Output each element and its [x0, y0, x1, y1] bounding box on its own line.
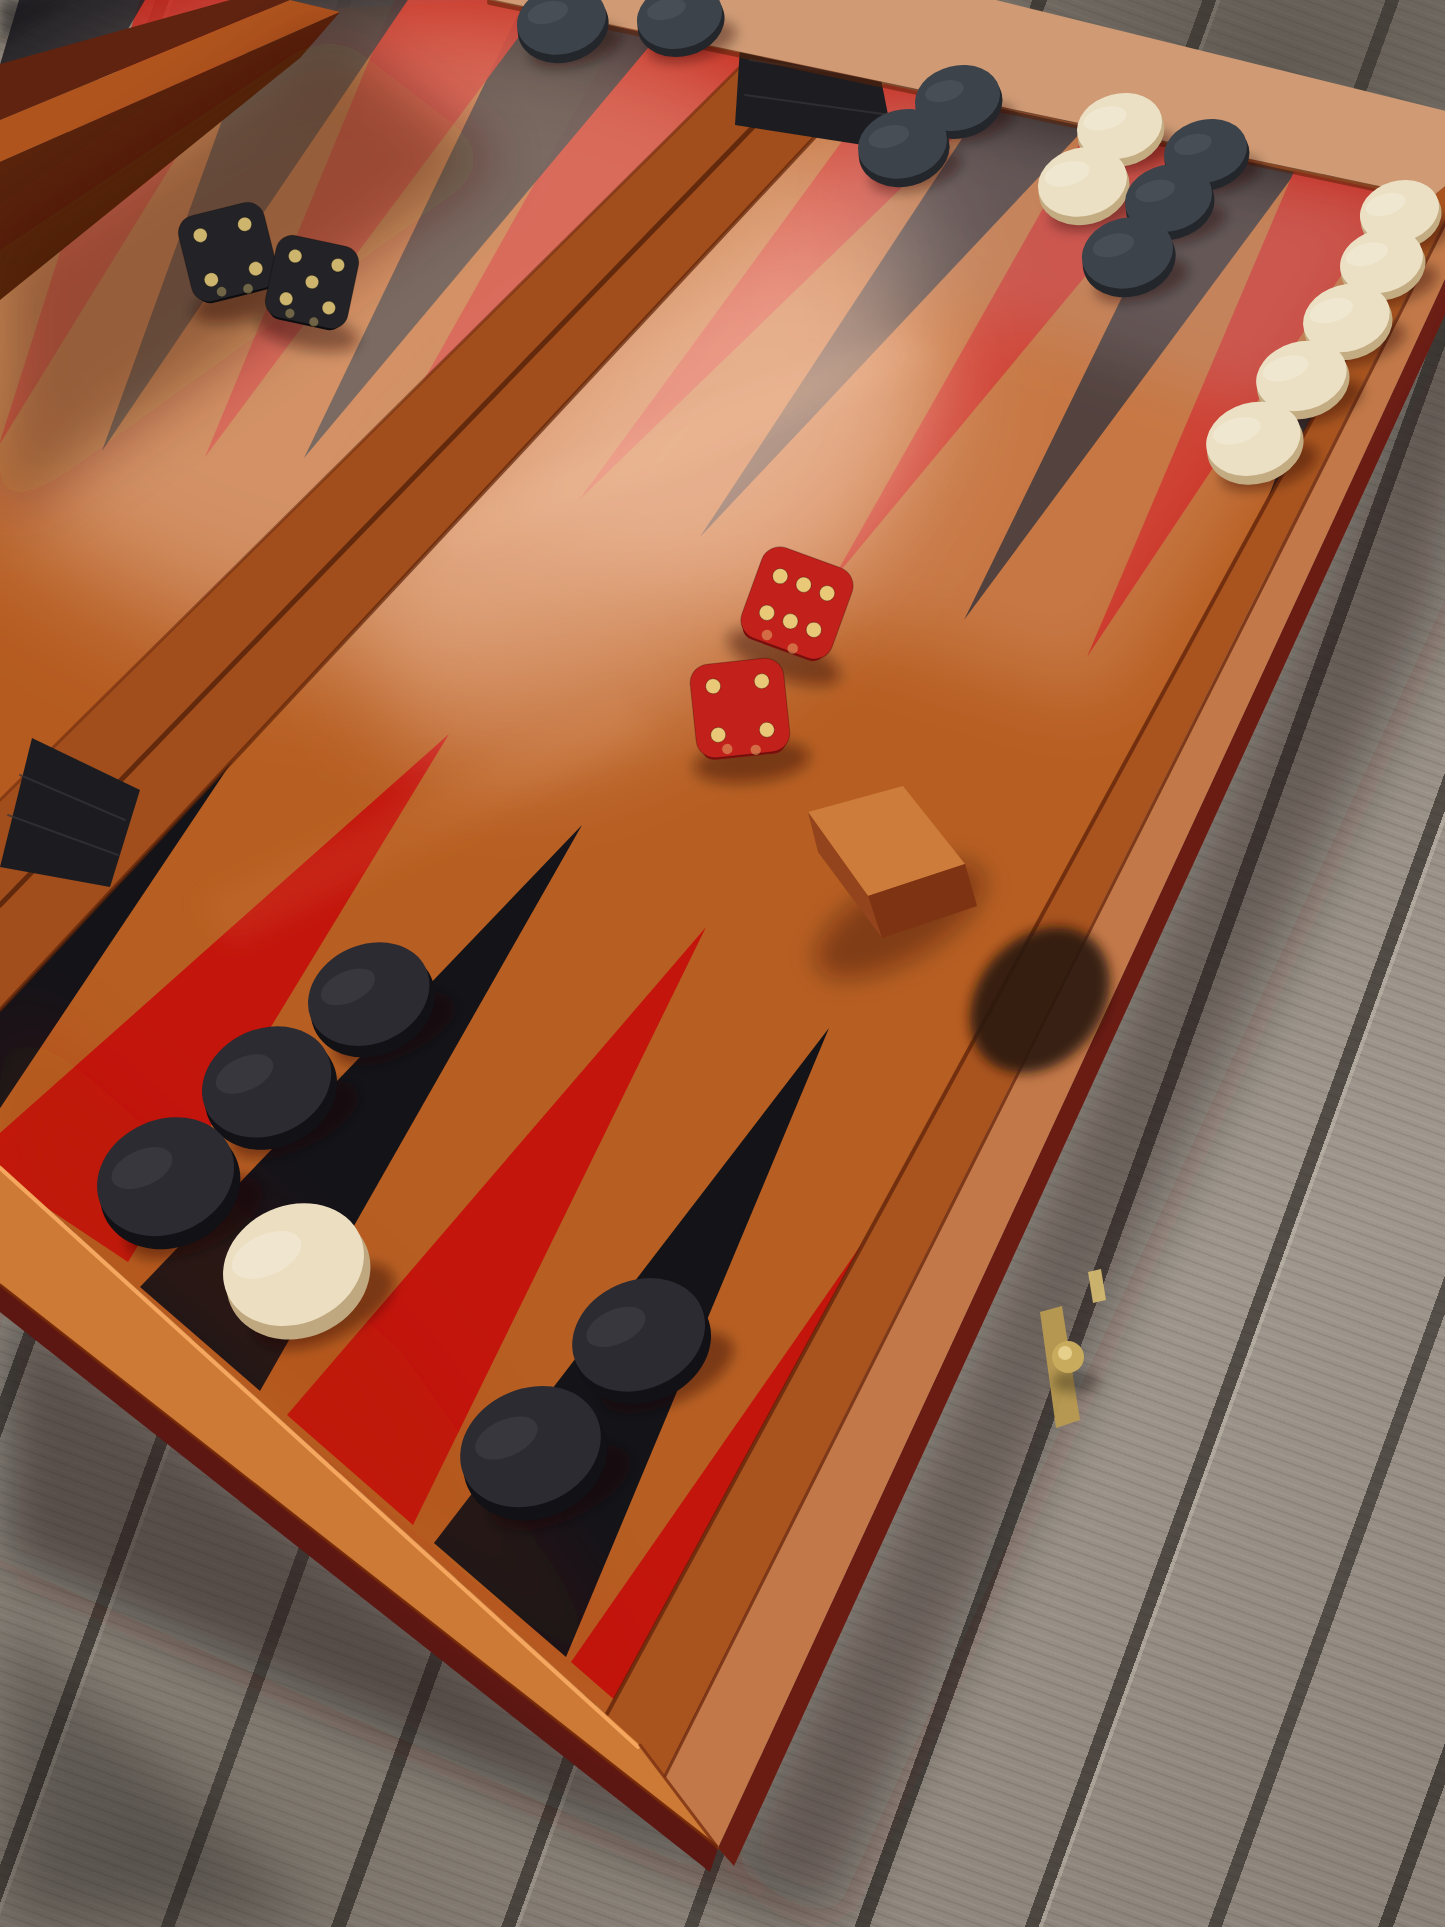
scene-root [0, 0, 1445, 1927]
photo-stage [0, 0, 1445, 1927]
latch-knob-core [1058, 1346, 1072, 1360]
backgammon-board [0, 0, 1445, 1927]
latch-knob-shadow [1052, 1371, 1100, 1393]
